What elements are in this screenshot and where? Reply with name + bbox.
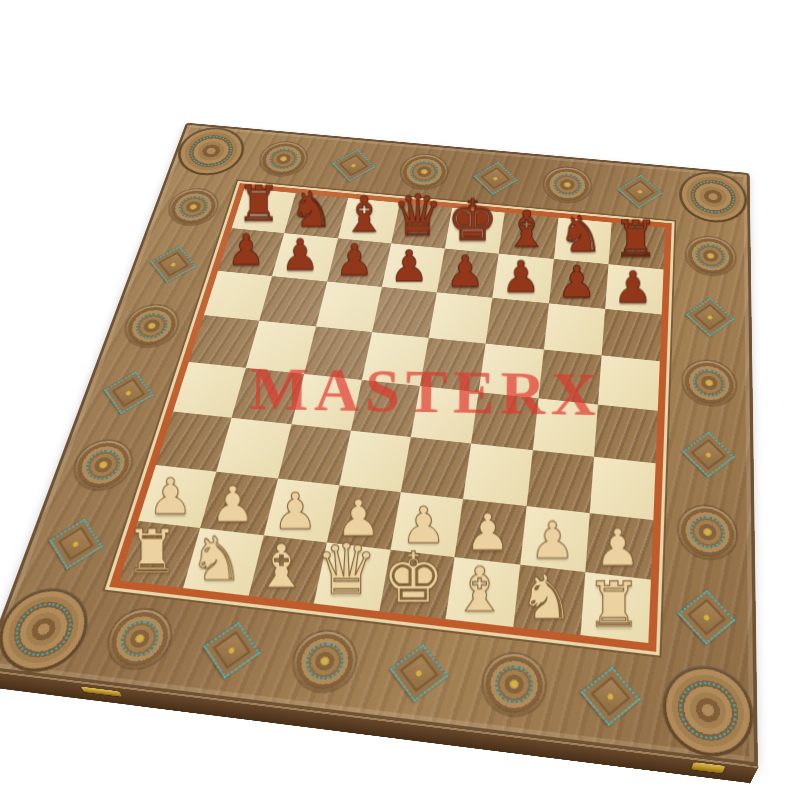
inlay-diamond-core xyxy=(203,622,260,679)
dark-pawn-icon: ♟ xyxy=(557,260,596,304)
inlay-diamond-motif xyxy=(680,589,733,645)
light-pawn-icon: ♟ xyxy=(465,508,510,559)
carved-rosette-motif xyxy=(288,629,359,695)
dark-pawn-icon: ♟ xyxy=(281,234,320,277)
brass-hinge xyxy=(81,687,123,697)
carved-rosette-motif xyxy=(678,503,736,561)
dark-knight-icon: ♞ xyxy=(289,185,333,234)
light-bishop-icon: ♝ xyxy=(452,559,507,620)
inlay-diamond-core xyxy=(473,162,517,195)
corner-rosette-motif xyxy=(0,584,99,678)
inlay-diamond-motif xyxy=(330,149,377,182)
inlay-diamond-core xyxy=(49,518,103,569)
light-pawn-icon: ♟ xyxy=(530,515,576,566)
carved-rosette-motif xyxy=(480,651,547,719)
piece-dark-pawn-c7[interactable]: ♟ xyxy=(327,238,391,286)
inlay-diamond-core xyxy=(580,666,640,726)
carved-rosette-motif xyxy=(164,187,222,226)
dark-pawn-icon: ♟ xyxy=(614,266,653,310)
inlay-diamond-core xyxy=(617,175,662,209)
inlay-diamond-motif xyxy=(581,666,639,727)
light-bishop-icon: ♝ xyxy=(254,536,308,597)
piece-dark-pawn-d7[interactable]: ♟ xyxy=(382,244,445,292)
inlay-diamond-core xyxy=(151,246,197,283)
carved-rosette-motif xyxy=(101,607,176,672)
corner-rosette-motif xyxy=(170,125,251,178)
piece-light-rook-h1[interactable]: ♜ xyxy=(580,572,651,643)
inlay-diamond-motif xyxy=(387,643,448,702)
carved-rosette-motif xyxy=(256,141,310,178)
piece-dark-pawn-e7[interactable]: ♟ xyxy=(437,249,499,298)
dark-pawn-icon: ♟ xyxy=(226,228,264,271)
dark-bishop-icon: ♝ xyxy=(342,190,386,239)
corner-rosette-motif xyxy=(661,661,754,762)
carved-rosette-motif xyxy=(120,303,183,349)
dark-knight-icon: ♞ xyxy=(559,210,604,260)
inlay-diamond-core xyxy=(682,431,735,477)
dark-bishop-icon: ♝ xyxy=(504,205,549,255)
light-pawn-icon: ♟ xyxy=(148,472,193,522)
frame-ornament-right xyxy=(664,223,748,665)
inlay-diamond-core xyxy=(685,297,734,336)
carved-rosette-motif xyxy=(542,166,591,204)
inlay-diamond-motif xyxy=(147,245,200,282)
inlay-diamond-core xyxy=(678,589,736,644)
light-pawn-icon: ♟ xyxy=(210,479,255,529)
carved-rosette-motif xyxy=(398,153,450,191)
inlay-diamond-motif xyxy=(687,297,732,337)
inlay-diamond-motif xyxy=(43,518,108,570)
light-pawn-icon: ♟ xyxy=(595,522,641,573)
inlay-diamond-motif xyxy=(198,621,263,679)
inlay-diamond-motif xyxy=(472,162,517,195)
inlay-diamond-motif xyxy=(618,174,661,208)
carved-rosette-motif xyxy=(68,438,137,492)
dark-pawn-icon: ♟ xyxy=(390,244,429,287)
piece-dark-pawn-h7[interactable]: ♟ xyxy=(605,264,664,314)
dark-pawn-icon: ♟ xyxy=(445,249,484,292)
piece-light-bishop-f1[interactable]: ♝ xyxy=(446,557,520,627)
light-pawn-icon: ♟ xyxy=(273,486,318,536)
light-rook-icon: ♜ xyxy=(587,575,643,637)
inlay-diamond-motif xyxy=(684,431,733,478)
piece-light-king-e1[interactable]: ♚ xyxy=(379,550,454,620)
corner-rosette-motif xyxy=(678,169,747,226)
light-knight-icon: ♞ xyxy=(189,529,243,589)
light-king-icon: ♚ xyxy=(381,542,444,612)
light-queen-icon: ♛ xyxy=(316,535,379,605)
light-rook-icon: ♜ xyxy=(125,522,179,582)
dark-rook-icon: ♜ xyxy=(613,215,658,265)
dark-pawn-icon: ♟ xyxy=(335,239,374,282)
inlay-diamond-core xyxy=(331,149,375,181)
brass-latch xyxy=(690,762,725,773)
inlay-diamond-core xyxy=(389,644,448,702)
chess-board: ♜♞♝♛♚♝♞♜♟♟♟♟♟♟♟♟♟♟♟♟♟♟♟♟♜♞♝♛♚♝♞♜ xyxy=(0,123,758,767)
piece-dark-pawn-g7[interactable]: ♟ xyxy=(549,259,609,308)
inlay-diamond-motif xyxy=(99,371,157,415)
dark-pawn-icon: ♟ xyxy=(501,255,540,299)
light-knight-icon: ♞ xyxy=(519,567,574,629)
inlay-diamond-core xyxy=(104,371,154,414)
photo-scene: ♜♞♝♛♚♝♞♜♟♟♟♟♟♟♟♟♟♟♟♟♟♟♟♟♜♞♝♛♚♝♞♜ xyxy=(0,0,800,800)
carved-rosette-motif xyxy=(686,235,735,277)
carved-rosette-motif xyxy=(683,358,736,407)
dark-rook-icon: ♜ xyxy=(236,180,280,229)
